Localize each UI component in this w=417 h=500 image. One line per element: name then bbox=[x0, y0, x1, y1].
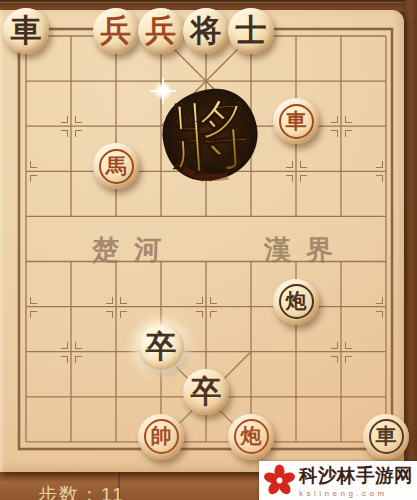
point-marker bbox=[376, 311, 383, 318]
piece-character: 卒 bbox=[191, 376, 222, 407]
move-counter-label: 步数：11 bbox=[38, 482, 125, 500]
point-marker bbox=[331, 116, 338, 123]
piece-red-兵[interactable]: 兵 bbox=[93, 8, 139, 54]
point-marker bbox=[331, 342, 338, 349]
point-marker bbox=[331, 356, 338, 363]
point-marker bbox=[345, 130, 352, 137]
piece-character: 炮 bbox=[234, 419, 269, 454]
point-marker bbox=[61, 356, 68, 363]
point-marker bbox=[61, 116, 68, 123]
point-marker bbox=[300, 161, 307, 168]
badge-check-text: 將 bbox=[168, 89, 253, 181]
piece-red-帥[interactable]: 帥 bbox=[138, 414, 184, 460]
point-marker bbox=[376, 175, 383, 182]
point-marker bbox=[106, 311, 113, 318]
piece-character: 兵 bbox=[146, 15, 177, 46]
point-marker bbox=[120, 297, 127, 304]
piece-character: 士 bbox=[236, 15, 267, 46]
xiangqi-game-screen: 楚河 漢界 車兵兵将士車馬炮卒卒帥炮車 將 步 bbox=[0, 0, 417, 500]
point-marker bbox=[120, 311, 127, 318]
point-marker bbox=[331, 130, 338, 137]
piece-character: 馬 bbox=[99, 149, 134, 184]
piece-character: 帥 bbox=[144, 419, 179, 454]
piece-black-士[interactable]: 士 bbox=[228, 8, 274, 54]
point-marker bbox=[286, 161, 293, 168]
point-marker bbox=[345, 116, 352, 123]
piece-character: 兵 bbox=[101, 15, 132, 46]
point-marker bbox=[345, 356, 352, 363]
piece-black-車[interactable]: 車 bbox=[363, 414, 409, 460]
river-label-chu-he: 楚河 bbox=[91, 232, 176, 268]
point-marker bbox=[210, 311, 217, 318]
point-marker bbox=[30, 311, 37, 318]
piece-black-卒[interactable]: 卒 bbox=[138, 324, 184, 370]
piece-character: 車 bbox=[369, 419, 404, 454]
piece-black-卒[interactable]: 卒 bbox=[183, 369, 229, 415]
piece-character: 車 bbox=[11, 15, 42, 46]
point-marker bbox=[345, 342, 352, 349]
piece-red-兵[interactable]: 兵 bbox=[138, 8, 184, 54]
point-marker bbox=[196, 311, 203, 318]
piece-character: 車 bbox=[279, 104, 314, 139]
xiangqi-board[interactable]: 楚河 漢界 車兵兵将士車馬炮卒卒帥炮車 將 bbox=[0, 10, 404, 472]
piece-black-車[interactable]: 車 bbox=[3, 8, 49, 54]
piece-red-馬[interactable]: 馬 bbox=[93, 143, 139, 189]
piece-character: 炮 bbox=[279, 284, 314, 319]
watermark-site-name: 科沙林手游网 bbox=[299, 463, 413, 488]
point-marker bbox=[376, 161, 383, 168]
sparkle-effect bbox=[153, 81, 173, 101]
piece-black-炮[interactable]: 炮 bbox=[273, 279, 319, 325]
point-marker bbox=[75, 356, 82, 363]
point-marker bbox=[75, 130, 82, 137]
point-marker bbox=[75, 116, 82, 123]
point-marker bbox=[75, 342, 82, 349]
point-marker bbox=[61, 130, 68, 137]
point-marker bbox=[106, 297, 113, 304]
point-marker bbox=[196, 297, 203, 304]
piece-black-将[interactable]: 将 bbox=[183, 8, 229, 54]
point-marker bbox=[61, 342, 68, 349]
piece-red-車[interactable]: 車 bbox=[273, 98, 319, 144]
point-marker bbox=[30, 161, 37, 168]
piece-red-炮[interactable]: 炮 bbox=[228, 414, 274, 460]
point-marker bbox=[376, 297, 383, 304]
piece-character: 卒 bbox=[146, 331, 177, 362]
point-marker bbox=[30, 175, 37, 182]
flower-logo-icon bbox=[263, 464, 296, 497]
point-marker bbox=[30, 297, 37, 304]
watermark-banner: 科沙林手游网 kslineng.com bbox=[259, 461, 417, 500]
river-label-han-jie: 漢界 bbox=[263, 232, 348, 268]
watermark-site-url: kslineng.com bbox=[299, 489, 413, 498]
point-marker bbox=[210, 297, 217, 304]
point-marker bbox=[300, 175, 307, 182]
piece-character: 将 bbox=[191, 15, 222, 46]
point-marker bbox=[286, 175, 293, 182]
